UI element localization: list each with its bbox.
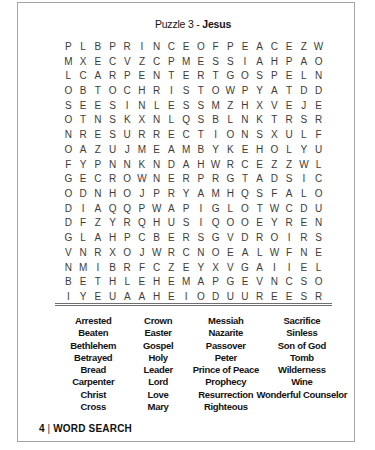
grid-cell: I xyxy=(76,201,91,216)
grid-cell: X xyxy=(135,113,150,128)
word-list-item: Tomb xyxy=(290,352,314,364)
grid-cell: L xyxy=(149,98,164,113)
grid-cell: E xyxy=(238,275,253,290)
grid-cell: U xyxy=(282,127,297,142)
grid-cell: I xyxy=(120,98,135,113)
grid-cell: S xyxy=(252,68,267,83)
grid-cell: F xyxy=(61,157,76,172)
grid-cell: N xyxy=(76,245,91,260)
grid-cell: K xyxy=(252,113,267,128)
grid-cell: O xyxy=(311,186,326,201)
grid-cell: B xyxy=(105,260,120,275)
grid-cell: O xyxy=(61,83,76,98)
grid-cell: R xyxy=(164,245,179,260)
grid-cell: Y xyxy=(193,260,208,275)
grid-cell: Q xyxy=(105,201,120,216)
grid-cell: H xyxy=(252,142,267,157)
word-list-item: Sacrifice xyxy=(283,315,320,327)
grid-cell: E xyxy=(297,260,312,275)
word-list-item: Arrested xyxy=(75,315,112,327)
word-list-item: Nazarite xyxy=(209,327,244,339)
grid-cell: F xyxy=(135,260,150,275)
grid-cell: A xyxy=(164,201,179,216)
grid-cell: E xyxy=(164,171,179,186)
grid-cell: A xyxy=(164,142,179,157)
grid-cell: I xyxy=(238,54,253,69)
word-list-item: Mary xyxy=(148,401,169,413)
grid-cell: P xyxy=(223,39,238,54)
grid-cell: Z xyxy=(90,216,105,231)
grid-cell: T xyxy=(238,171,253,186)
grid-cell: T xyxy=(267,113,282,128)
grid-cell: T xyxy=(164,68,179,83)
grid-cell: R xyxy=(208,171,223,186)
word-list: ArrestedBeatenBethlehemBetrayedBreadCarp… xyxy=(58,315,340,413)
grid-cell: R xyxy=(120,260,135,275)
footer-label: WORD SEARCH xyxy=(53,423,132,434)
grid-cell: L xyxy=(252,245,267,260)
grid-cell: K xyxy=(223,142,238,157)
grid-cell: E xyxy=(164,98,179,113)
grid-cell: C xyxy=(76,68,91,83)
grid-cell: S xyxy=(252,127,267,142)
grid-cell: L xyxy=(120,275,135,290)
grid-cell: N xyxy=(90,186,105,201)
grid-cell: N xyxy=(120,157,135,172)
grid-cell: C xyxy=(282,275,297,290)
grid-cell: L xyxy=(223,201,238,216)
grid-cell: P xyxy=(61,39,76,54)
grid-cell: A xyxy=(267,83,282,98)
grid-cell: U xyxy=(164,216,179,231)
grid-cell: S xyxy=(282,171,297,186)
grid-cell: O xyxy=(208,245,223,260)
grid-cell: G xyxy=(61,171,76,186)
grid-cell: E xyxy=(282,98,297,113)
word-list-item: Beaten xyxy=(78,327,108,339)
grid-cell: N xyxy=(311,68,326,83)
grid-cell: A xyxy=(193,186,208,201)
word-list-item: Righteous xyxy=(204,401,248,413)
grid-cell: J xyxy=(135,245,150,260)
grid-cell: A xyxy=(252,39,267,54)
grid-cell: N xyxy=(149,39,164,54)
grid-cell: V xyxy=(61,245,76,260)
grid-cell: I xyxy=(267,260,282,275)
grid-cell: R xyxy=(179,171,194,186)
word-list-item: Prince of Peace xyxy=(193,364,259,376)
grid-cell: E xyxy=(90,127,105,142)
grid-cell: C xyxy=(179,245,194,260)
grid-cell: O xyxy=(267,142,282,157)
grid-cell: L xyxy=(61,68,76,83)
grid-cell: R xyxy=(223,157,238,172)
grid-cell: C xyxy=(282,201,297,216)
grid-cell: H xyxy=(149,216,164,231)
grid-cell: Q xyxy=(179,113,194,128)
grid-cell: T xyxy=(90,275,105,290)
grid-cell: C xyxy=(311,171,326,186)
grid-cell: W xyxy=(311,39,326,54)
grid-cell: C xyxy=(149,260,164,275)
grid-cell: G xyxy=(223,275,238,290)
grid-cell: O xyxy=(311,275,326,290)
puzzle-title: Puzzle 3 - Jesus xyxy=(60,18,326,30)
grid-cell: E xyxy=(135,68,150,83)
word-list-item: Bethlehem xyxy=(70,340,116,352)
grid-cell: V xyxy=(223,260,238,275)
word-list-item: Peter xyxy=(215,352,237,364)
grid-cell: S xyxy=(208,54,223,69)
grid-cell: O xyxy=(267,230,282,245)
grid-cell: E xyxy=(149,142,164,157)
grid-cell: N xyxy=(90,113,105,128)
grid-cell: C xyxy=(267,39,282,54)
grid-cell: D xyxy=(61,216,76,231)
word-list-item: Passover xyxy=(206,340,246,352)
grid-cell: R xyxy=(297,230,312,245)
grid-cell: H xyxy=(193,157,208,172)
grid-cell: O xyxy=(61,186,76,201)
grid-cell: D xyxy=(238,230,253,245)
grid-cell: R xyxy=(252,289,267,304)
grid-cell: E xyxy=(311,98,326,113)
grid-cell: O xyxy=(311,54,326,69)
grid-cell: V xyxy=(252,275,267,290)
grid-cell: R xyxy=(164,186,179,201)
grid-cell: I xyxy=(282,260,297,275)
grid-cell: A xyxy=(120,289,135,304)
grid-cell: D xyxy=(164,157,179,172)
grid-cell: H xyxy=(149,289,164,304)
grid-cell: Z xyxy=(223,98,238,113)
grid-cell: L xyxy=(223,113,238,128)
grid-cell: M xyxy=(135,142,150,157)
grid-cell: F xyxy=(311,127,326,142)
grid-cell: Z xyxy=(135,54,150,69)
grid-cell: L xyxy=(164,113,179,128)
grid-cell: E xyxy=(76,171,91,186)
grid-cell: B xyxy=(149,230,164,245)
grid-cell: T xyxy=(282,83,297,98)
grid-cell: N xyxy=(105,157,120,172)
grid-cell: R xyxy=(149,83,164,98)
grid-cell: O xyxy=(223,127,238,142)
grid-cell: V xyxy=(223,230,238,245)
grid-cell: N xyxy=(193,245,208,260)
grid-cell: X xyxy=(105,245,120,260)
grid-cell: R xyxy=(252,230,267,245)
grid-cell: S xyxy=(179,98,194,113)
grid-cell: A xyxy=(238,245,253,260)
grid-cell: E xyxy=(282,39,297,54)
grid-cell: R xyxy=(105,68,120,83)
grid-cell: E xyxy=(282,289,297,304)
grid-cell: L xyxy=(76,39,91,54)
grid-cell: T xyxy=(76,113,91,128)
grid-cell: X xyxy=(76,54,91,69)
grid-cell: P xyxy=(208,275,223,290)
grid-cell: S xyxy=(193,113,208,128)
grid-cell: U xyxy=(120,127,135,142)
grid-cell: H xyxy=(105,275,120,290)
grid-cell: S xyxy=(179,83,194,98)
grid-cell: R xyxy=(149,127,164,142)
grid-cell: N xyxy=(149,171,164,186)
grid-cell: W xyxy=(135,171,150,186)
grid-cell: Y xyxy=(179,186,194,201)
grid-cell: D xyxy=(61,201,76,216)
word-list-column: SacrificeSinlessSon of GodTombWilderness… xyxy=(264,315,340,413)
grid-cell: N xyxy=(61,127,76,142)
grid-cell: R xyxy=(311,289,326,304)
grid-cell: M xyxy=(179,275,194,290)
grid-cell: F xyxy=(208,39,223,54)
grid-cell: A xyxy=(252,54,267,69)
grid-cell: I xyxy=(135,39,150,54)
grid-cell: U xyxy=(238,289,253,304)
grid-cell: B xyxy=(76,83,91,98)
grid-cell: J xyxy=(135,186,150,201)
grid-cell: L xyxy=(282,142,297,157)
grid-cell: A xyxy=(297,54,312,69)
grid-cell: C xyxy=(135,230,150,245)
footer-separator: | xyxy=(45,423,54,434)
grid-cell: M xyxy=(208,98,223,113)
grid-cell: T xyxy=(90,83,105,98)
grid-cell: P xyxy=(149,186,164,201)
grid-cell: I xyxy=(61,289,76,304)
grid-cell: R xyxy=(76,127,91,142)
page-number: 4 xyxy=(39,423,45,434)
grid-cell: E xyxy=(297,216,312,231)
grid-cell: E xyxy=(76,98,91,113)
grid-cell: G xyxy=(223,68,238,83)
word-list-item: Christ xyxy=(80,389,106,401)
grid-cell: O xyxy=(61,113,76,128)
grid-cell: E xyxy=(90,289,105,304)
grid-cell: W xyxy=(267,245,282,260)
word-list-item: Lord xyxy=(148,376,168,388)
grid-cell: O xyxy=(193,39,208,54)
grid-cell: A xyxy=(90,68,105,83)
grid-cell: G xyxy=(208,201,223,216)
grid-cell: M xyxy=(179,142,194,157)
grid-cell: Y xyxy=(297,142,312,157)
grid-cell: I xyxy=(193,216,208,231)
grid-cell: P xyxy=(193,171,208,186)
grid-cell: R xyxy=(282,216,297,231)
grid-cell: N xyxy=(135,98,150,113)
grid-cell: I xyxy=(90,260,105,275)
grid-cell: E xyxy=(179,39,194,54)
grid-cell: F xyxy=(282,245,297,260)
word-list-item: Bread xyxy=(81,364,106,376)
grid-cell: I xyxy=(208,127,223,142)
grid-cell: A xyxy=(90,230,105,245)
grid-cell: P xyxy=(90,157,105,172)
grid-cell: D xyxy=(267,171,282,186)
grid-cell: N xyxy=(149,157,164,172)
grid-cell: E xyxy=(76,275,91,290)
grid-cell: B xyxy=(193,142,208,157)
grid-cell: N xyxy=(61,260,76,275)
grid-cell: O xyxy=(238,201,253,216)
grid-cell: S xyxy=(61,98,76,113)
grid-cell: R xyxy=(311,113,326,128)
grid-cell: S xyxy=(297,113,312,128)
grid-cell: L xyxy=(76,230,91,245)
grid-cell: T xyxy=(208,68,223,83)
grid-cell: Y xyxy=(252,83,267,98)
grid-cell: G xyxy=(208,230,223,245)
grid-cell: T xyxy=(193,83,208,98)
grid-cell: O xyxy=(238,216,253,231)
grid-cell: N xyxy=(238,127,253,142)
grid-cell: H xyxy=(149,275,164,290)
grid-cell: M xyxy=(179,54,194,69)
grid-cell: H xyxy=(223,186,238,201)
grid-cell: O xyxy=(105,83,120,98)
grid-cell: C xyxy=(179,127,194,142)
word-list-item: Cross xyxy=(81,401,106,413)
grid-cell: Z xyxy=(164,260,179,275)
grid-cell: E xyxy=(135,275,150,290)
grid-cell: O xyxy=(193,289,208,304)
grid-cell: P xyxy=(120,230,135,245)
grid-cell: L xyxy=(311,260,326,275)
grid-cell: E xyxy=(164,275,179,290)
grid-cell: E xyxy=(179,68,194,83)
grid-cell: S xyxy=(179,216,194,231)
grid-cell: G xyxy=(61,230,76,245)
word-list-column: ArrestedBeatenBethlehemBetrayedBreadCarp… xyxy=(58,315,129,413)
grid-cell: Q xyxy=(120,201,135,216)
grid-cell: E xyxy=(90,98,105,113)
grid-cell: V xyxy=(120,54,135,69)
grid-cell: R xyxy=(193,68,208,83)
grid-cell: U xyxy=(105,142,120,157)
grid-cell: L xyxy=(297,68,312,83)
word-list-item: Carpenter xyxy=(72,376,114,388)
word-list-item: Wine xyxy=(291,376,312,388)
grid-cell: N xyxy=(149,113,164,128)
grid-cell: C xyxy=(105,54,120,69)
grid-cell: L xyxy=(311,157,326,172)
grid-cell: X xyxy=(252,98,267,113)
word-list-item: Crown xyxy=(144,315,172,327)
grid-cell: J xyxy=(120,142,135,157)
grid-cell: I xyxy=(164,83,179,98)
grid-cell: F xyxy=(76,216,91,231)
grid-cell: P xyxy=(282,54,297,69)
grid-cell: E xyxy=(282,68,297,83)
grid-cell: P xyxy=(105,39,120,54)
grid-cell: S xyxy=(193,230,208,245)
grid-cell: O xyxy=(238,68,253,83)
grid-cell: K xyxy=(120,113,135,128)
grid-cell: S xyxy=(223,54,238,69)
grid-cell: I xyxy=(193,201,208,216)
grid-cell: W xyxy=(208,157,223,172)
word-list-item: Prophecy xyxy=(205,376,246,388)
grid-cell: A xyxy=(282,186,297,201)
grid-cell: R xyxy=(90,245,105,260)
word-list-item: Son of God xyxy=(278,340,326,352)
grid-cell: S xyxy=(105,113,120,128)
grid-cell: Y xyxy=(208,142,223,157)
grid-cell: N xyxy=(238,113,253,128)
grid-cell: Q xyxy=(208,216,223,231)
grid-cell: G xyxy=(238,260,253,275)
grid-cell: A xyxy=(252,171,267,186)
grid-cell: A xyxy=(135,289,150,304)
word-list-item: Wonderful Counselor xyxy=(257,389,348,401)
grid-cell: E xyxy=(311,245,326,260)
word-list-column: MessiahNazaritePassoverPeterPrince of Pe… xyxy=(188,315,264,413)
word-list-item: Love xyxy=(148,389,169,401)
grid-cell: E xyxy=(223,245,238,260)
grid-cell: Y xyxy=(76,157,91,172)
grid-cell: L xyxy=(297,127,312,142)
grid-cell: E xyxy=(179,260,194,275)
grid-cell: L xyxy=(297,186,312,201)
grid-cell: R xyxy=(179,230,194,245)
grid-cell: U xyxy=(311,142,326,157)
grid-cell: G xyxy=(223,171,238,186)
grid-cell: E xyxy=(164,230,179,245)
grid-cell: R xyxy=(105,171,120,186)
grid-cell: V xyxy=(267,98,282,113)
grid-cell: O xyxy=(120,171,135,186)
grid-cell: J xyxy=(297,98,312,113)
grid-cell: C xyxy=(90,171,105,186)
grid-cell: W xyxy=(149,245,164,260)
grid-cell: Z xyxy=(282,157,297,172)
letter-grid: PLBPRINCEOFPEACEZWMXECVZCPMESSIAHPAOLCAR… xyxy=(61,39,326,304)
grid-cell: S xyxy=(297,289,312,304)
grid-cell: P xyxy=(179,201,194,216)
grid-cell: R xyxy=(282,113,297,128)
word-list-item: Betrayed xyxy=(74,352,112,364)
grid-cell: B xyxy=(61,275,76,290)
grid-cell: Y xyxy=(76,289,91,304)
grid-cell: T xyxy=(252,201,267,216)
grid-cell: P xyxy=(238,83,253,98)
grid-cell: B xyxy=(90,39,105,54)
word-list-item: Easter xyxy=(144,327,171,339)
grid-cell: O xyxy=(120,245,135,260)
grid-cell: Z xyxy=(90,142,105,157)
grid-cell: I xyxy=(179,289,194,304)
grid-cell: K xyxy=(135,157,150,172)
grid-cell: C xyxy=(120,83,135,98)
grid-cell: Y xyxy=(105,216,120,231)
grid-cell: Q xyxy=(238,186,253,201)
grid-cell: U xyxy=(105,289,120,304)
grid-cell: R xyxy=(120,216,135,231)
grid-cell: D xyxy=(76,186,91,201)
word-list-item: Sinless xyxy=(286,327,317,339)
grid-cell: S xyxy=(311,230,326,245)
grid-cell: W xyxy=(297,157,312,172)
grid-cell: S xyxy=(105,98,120,113)
puzzle-title-word: Jesus xyxy=(202,18,231,30)
grid-cell: D xyxy=(297,201,312,216)
grid-cell: C xyxy=(164,39,179,54)
grid-cell: W xyxy=(267,201,282,216)
grid-cell: N xyxy=(149,68,164,83)
